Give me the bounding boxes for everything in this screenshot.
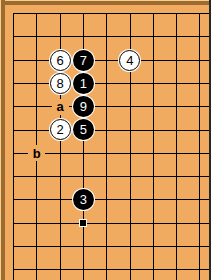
board-point-c15: a [48, 95, 71, 118]
stone-white-2: 2 [50, 119, 71, 140]
stone-white-4: 4 [119, 50, 140, 71]
stone-white-8: 8 [50, 73, 71, 94]
board-point-c17: 6 [48, 48, 71, 71]
board-point-d16: 1 [72, 72, 95, 95]
stone-black-1: 1 [73, 73, 94, 94]
stone-black-7: 7 [73, 50, 94, 71]
board-frame-top-edge [0, 1, 211, 5]
board-frame-left-edge [1, 0, 5, 280]
board-point-b13: b [25, 142, 48, 165]
go-grid: 123456789ab [2, 2, 211, 280]
hoshi-marker-d10 [80, 220, 86, 226]
board-point-d10 [72, 212, 95, 235]
stone-black-9: 9 [73, 96, 94, 117]
board-point-d17: 7 [72, 48, 95, 71]
board-point-f17: 4 [118, 48, 141, 71]
stone-black-3: 3 [73, 189, 94, 210]
stone-black-5: 5 [73, 119, 94, 140]
stone-white-6: 6 [50, 50, 71, 71]
board-point-d11: 3 [72, 188, 95, 211]
right-border-strip [209, 0, 212, 280]
board-point-c16: 8 [48, 72, 71, 95]
board-point-d15: 9 [72, 95, 95, 118]
label-a: a [52, 99, 69, 115]
label-b: b [28, 145, 45, 161]
board-point-c14: 2 [48, 118, 71, 141]
go-board: 123456789ab [0, 0, 211, 280]
board-point-d14: 5 [72, 118, 95, 141]
